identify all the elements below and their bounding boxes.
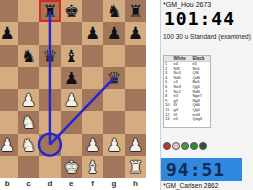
game-type-label: 100 30 u Standard (examined) — [163, 33, 251, 40]
bottom-player-clock-active: 94:51 — [161, 158, 242, 181]
square-b1[interactable] — [0, 156, 18, 178]
piece-black-rook-h8[interactable]: ♜ — [125, 0, 146, 22]
square-b4[interactable] — [0, 89, 18, 111]
square-g6[interactable] — [103, 45, 124, 67]
square-e7[interactable] — [61, 22, 82, 44]
piece-black-rook-d8[interactable]: ♜ — [39, 0, 60, 22]
piece-white-pawn-g2[interactable]: ♟ — [103, 134, 124, 156]
nav-forward-button[interactable] — [181, 142, 189, 150]
square-d3[interactable] — [39, 111, 60, 133]
piece-black-knight-c6[interactable]: ♞ — [18, 45, 39, 67]
top-player-name: *GM_Hou 2673 — [163, 1, 211, 8]
chess-board[interactable]: ♜♚♞♜♟♟♟♟♟♞♛♝♟♛♟♟♞♟♟♞♟♟♟♜♚♝♜ — [0, 0, 147, 178]
square-c8[interactable] — [18, 0, 39, 22]
piece-white-pawn-e4[interactable]: ♟ — [61, 89, 82, 111]
white-move[interactable]: e5 — [173, 117, 192, 122]
square-b8[interactable] — [0, 0, 18, 22]
piece-black-queen-g5[interactable]: ♛ — [103, 67, 124, 89]
nav-back-button[interactable] — [172, 142, 180, 150]
chess-app-window: ♜♚♞♜♟♟♟♟♟♞♛♝♟♛♟♟♞♟♟♞♟♟♟♜♚♝♜ abcdefgh *GM… — [0, 0, 253, 190]
square-c1[interactable] — [18, 156, 39, 178]
square-d5[interactable] — [39, 67, 60, 89]
piece-black-pawn-f7[interactable]: ♟ — [82, 22, 103, 44]
square-d1[interactable] — [39, 156, 60, 178]
file-label-g: g — [103, 178, 124, 190]
piece-black-pawn-g7[interactable]: ♟ — [103, 22, 124, 44]
piece-white-pawn-c4[interactable]: ♟ — [18, 89, 39, 111]
file-label-d: d — [39, 178, 60, 190]
piece-black-pawn-h7[interactable]: ♟ — [125, 22, 146, 44]
square-g4[interactable] — [103, 89, 124, 111]
piece-white-bishop-f1[interactable]: ♝ — [82, 156, 103, 178]
file-label-h: h — [125, 178, 146, 190]
square-f6[interactable] — [82, 45, 103, 67]
nav-revert-button[interactable] — [199, 142, 207, 150]
square-g3[interactable] — [103, 111, 124, 133]
piece-white-pawn-f2[interactable]: ♟ — [82, 134, 103, 156]
square-b5[interactable] — [0, 67, 18, 89]
piece-white-knight-c3[interactable]: ♞ — [18, 111, 39, 133]
file-label-f: f — [82, 178, 103, 190]
bottom-player-name: *GM_Carlsen 2862 — [163, 182, 218, 189]
piece-black-knight-g8[interactable]: ♞ — [103, 0, 124, 22]
square-f3[interactable] — [82, 111, 103, 133]
piece-black-bishop-e6[interactable]: ♝ — [61, 45, 82, 67]
piece-white-king-e1[interactable]: ♚ — [61, 156, 82, 178]
top-player-clock: 101:44 — [164, 8, 235, 29]
square-h6[interactable] — [125, 45, 146, 67]
piece-white-pawn-h2[interactable]: ♟ — [125, 134, 146, 156]
examine-nav-buttons — [163, 142, 207, 150]
square-e3[interactable] — [61, 111, 82, 133]
move-row[interactable]: 13e5Qxg4 — [164, 117, 210, 122]
file-label-e: e — [61, 178, 82, 190]
piece-black-pawn-b7[interactable]: ♟ — [0, 22, 18, 44]
piece-black-queen-d6[interactable]: ♛ — [39, 45, 60, 67]
move-table: White Black 1e4e52Nf3Nc63Nc3Qf64Nd5Qd65c… — [164, 56, 210, 122]
piece-white-pawn-b2[interactable]: ♟ — [0, 134, 18, 156]
square-d4[interactable] — [39, 89, 60, 111]
square-c7[interactable] — [18, 22, 39, 44]
move-number[interactable]: 13 — [164, 117, 173, 122]
file-label-b: b — [0, 178, 18, 190]
square-b3[interactable] — [0, 111, 18, 133]
game-info-panel: *GM_Hou 2673 101:44 100 30 u Standard (e… — [160, 0, 253, 190]
square-g1[interactable] — [103, 156, 124, 178]
board-area: ♜♚♞♜♟♟♟♟♟♞♛♝♟♛♟♟♞♟♟♞♟♟♟♜♚♝♜ abcdefgh — [0, 0, 160, 190]
nav-start-button[interactable] — [163, 142, 171, 150]
move-list[interactable]: White Black 1e4e52Nf3Nc63Nc3Qf64Nd5Qd65c… — [163, 55, 211, 128]
square-h4[interactable] — [125, 89, 146, 111]
square-d2[interactable] — [39, 134, 60, 156]
piece-white-rook-h1[interactable]: ♜ — [125, 156, 146, 178]
square-h3[interactable] — [125, 111, 146, 133]
square-h5[interactable] — [125, 67, 146, 89]
square-c5[interactable] — [18, 67, 39, 89]
file-label-c: c — [18, 178, 39, 190]
square-d7[interactable] — [39, 22, 60, 44]
square-f4[interactable] — [82, 89, 103, 111]
black-move[interactable]: Qxg4 — [191, 117, 210, 122]
file-coordinates: abcdefgh — [0, 178, 147, 190]
piece-white-knight-c2[interactable]: ♞ — [18, 134, 39, 156]
square-f5[interactable] — [82, 67, 103, 89]
square-e2[interactable] — [61, 134, 82, 156]
square-b6[interactable] — [0, 45, 18, 67]
nav-end-button[interactable] — [190, 142, 198, 150]
piece-black-pawn-e5[interactable]: ♟ — [61, 67, 82, 89]
square-f8[interactable] — [82, 0, 103, 22]
piece-black-king-e8[interactable]: ♚ — [61, 0, 82, 22]
